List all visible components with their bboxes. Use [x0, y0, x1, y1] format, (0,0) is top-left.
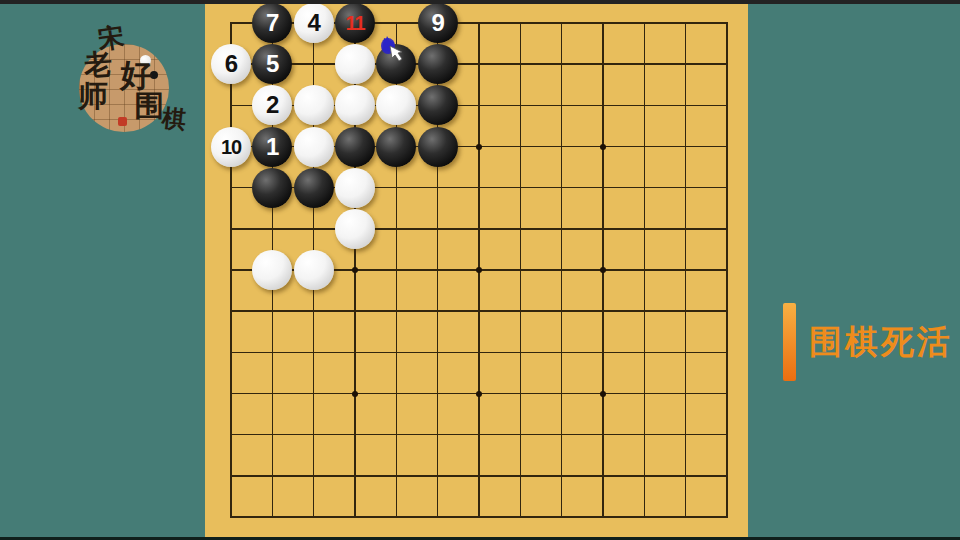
black-stone[interactable]	[294, 168, 334, 208]
star-point	[352, 267, 358, 273]
board-grid-line-h	[230, 434, 728, 436]
logo-character: 围	[134, 91, 164, 121]
logo-red-seal	[118, 117, 127, 126]
logo-character: 好	[120, 59, 152, 91]
go-board[interactable]: 74119652101	[205, 0, 748, 540]
lesson-caption: 围棋死活	[783, 303, 953, 381]
top-edge-strip	[0, 0, 960, 4]
white-stone[interactable]	[335, 209, 375, 249]
black-stone[interactable]	[418, 44, 458, 84]
board-grid-line-v	[685, 22, 687, 518]
move-number-label: 5	[266, 52, 278, 76]
white-stone-move-2[interactable]: 2	[252, 85, 292, 125]
white-stone[interactable]	[294, 127, 334, 167]
black-stone-move-1[interactable]: 1	[252, 127, 292, 167]
star-point	[600, 391, 606, 397]
white-stone-move-6[interactable]: 6	[211, 44, 251, 84]
move-number-label: 2	[266, 93, 278, 117]
move-number-label: 4	[308, 11, 320, 35]
star-point	[476, 391, 482, 397]
black-stone-move-9[interactable]: 9	[418, 3, 458, 43]
caption-accent-bar	[783, 303, 796, 381]
logo-character: 棋	[161, 106, 187, 132]
move-number-label: 1	[266, 135, 278, 159]
board-grid-line-h	[230, 310, 728, 312]
go-board-grid[interactable]: 74119652101	[231, 23, 727, 517]
star-point	[476, 267, 482, 273]
black-stone-move-7[interactable]: 7	[252, 3, 292, 43]
board-grid-line-v	[726, 22, 728, 518]
mouse-cursor	[374, 36, 406, 74]
black-stone[interactable]	[252, 168, 292, 208]
black-stone[interactable]	[418, 127, 458, 167]
move-number-label: 9	[432, 11, 444, 35]
logo-character: 老	[83, 50, 113, 80]
board-grid-line-h	[230, 475, 728, 477]
black-stone[interactable]	[418, 85, 458, 125]
board-grid-line-v	[644, 22, 646, 518]
white-stone[interactable]	[335, 85, 375, 125]
white-stone[interactable]	[335, 44, 375, 84]
black-stone-move-11[interactable]: 11	[335, 3, 375, 43]
logo-character: 师	[78, 81, 108, 111]
star-point	[476, 144, 482, 150]
black-stone[interactable]	[376, 127, 416, 167]
board-grid-line-h	[230, 516, 728, 518]
white-stone[interactable]	[252, 250, 292, 290]
white-stone[interactable]	[294, 250, 334, 290]
move-number-label: 10	[221, 137, 241, 157]
hand-pointer-icon	[390, 46, 402, 61]
move-number-label: 11	[345, 13, 364, 33]
white-stone-move-4[interactable]: 4	[294, 3, 334, 43]
board-grid-line-v	[520, 22, 522, 518]
star-point	[600, 144, 606, 150]
black-stone[interactable]	[335, 127, 375, 167]
black-stone-move-5[interactable]: 5	[252, 44, 292, 84]
white-stone[interactable]	[335, 168, 375, 208]
move-number-label: 7	[266, 11, 278, 35]
video-frame: 74119652101 宋老师好围棋 围棋死活	[0, 0, 960, 540]
board-grid-line-v	[561, 22, 563, 518]
white-stone-move-10[interactable]: 10	[211, 127, 251, 167]
star-point	[600, 267, 606, 273]
move-number-label: 6	[225, 52, 237, 76]
channel-logo: 宋老师好围棋	[62, 25, 187, 145]
caption-title: 围棋死活	[809, 320, 953, 365]
star-point	[352, 391, 358, 397]
board-grid-line-h	[230, 352, 728, 354]
white-stone[interactable]	[294, 85, 334, 125]
white-stone[interactable]	[376, 85, 416, 125]
